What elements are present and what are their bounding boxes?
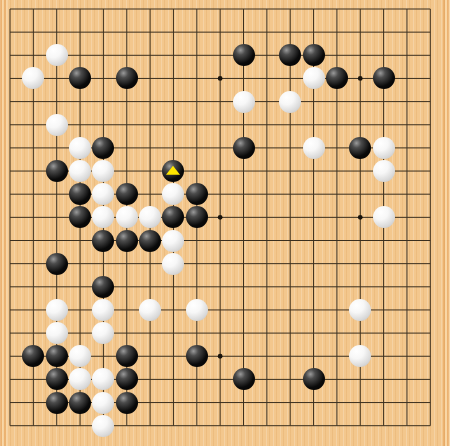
white-stone	[69, 160, 91, 182]
black-stone	[69, 392, 91, 414]
black-stone	[186, 345, 208, 367]
white-stone	[186, 299, 208, 321]
white-stone	[303, 137, 325, 159]
black-stone	[139, 230, 161, 252]
black-stone	[46, 392, 68, 414]
black-stone	[303, 368, 325, 390]
black-stone	[46, 345, 68, 367]
white-stone	[116, 206, 138, 228]
white-stone	[69, 137, 91, 159]
white-stone	[46, 299, 68, 321]
white-stone	[303, 67, 325, 89]
white-stone	[373, 137, 395, 159]
white-stone	[46, 44, 68, 66]
black-stone	[233, 368, 255, 390]
black-stone	[373, 67, 395, 89]
white-stone	[92, 392, 114, 414]
white-stone	[46, 322, 68, 344]
black-stone	[116, 183, 138, 205]
white-stone	[139, 299, 161, 321]
white-stone	[373, 160, 395, 182]
white-stone	[233, 91, 255, 113]
white-stone	[162, 230, 184, 252]
white-stone	[92, 415, 114, 437]
black-stone	[116, 345, 138, 367]
white-stone	[162, 253, 184, 275]
black-stone	[116, 368, 138, 390]
go-board[interactable]	[0, 0, 450, 446]
black-stone	[46, 160, 68, 182]
black-stone	[233, 44, 255, 66]
white-stone	[279, 91, 301, 113]
black-stone	[92, 230, 114, 252]
black-stone	[46, 253, 68, 275]
white-stone	[46, 114, 68, 136]
black-stone	[233, 137, 255, 159]
black-stone	[303, 44, 325, 66]
black-stone	[46, 368, 68, 390]
black-stone	[116, 392, 138, 414]
black-stone	[116, 230, 138, 252]
black-stone	[186, 183, 208, 205]
white-stone	[373, 206, 395, 228]
last-move-triangle-marker-icon	[166, 166, 180, 175]
black-stone	[349, 137, 371, 159]
black-stone	[186, 206, 208, 228]
